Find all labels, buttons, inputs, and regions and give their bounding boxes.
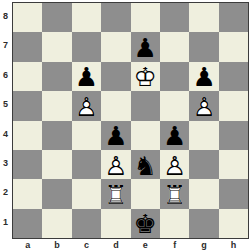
square-d8[interactable] (101, 3, 130, 32)
piece-black-pawn: ♟ (101, 121, 130, 150)
square-c3[interactable] (72, 150, 101, 179)
piece-white-pawn: ♟♙ (101, 150, 130, 179)
square-b5[interactable] (42, 91, 71, 120)
piece-white-pawn: ♟♙ (72, 91, 101, 120)
square-a1[interactable] (13, 209, 42, 238)
file-label-h: h (219, 240, 248, 251)
square-e6[interactable]: ♚♔ (131, 62, 160, 91)
square-c5[interactable]: ♟♙ (72, 91, 101, 120)
square-g7[interactable] (189, 32, 218, 61)
square-h7[interactable] (219, 32, 248, 61)
piece-white-pawn: ♟♙ (189, 91, 218, 120)
rank-label-3: 3 (0, 149, 11, 178)
square-a7[interactable] (13, 32, 42, 61)
rank-label-5: 5 (0, 90, 11, 119)
square-a5[interactable] (13, 91, 42, 120)
square-h2[interactable] (219, 179, 248, 208)
square-f3[interactable]: ♟♙ (160, 150, 189, 179)
piece-black-pawn: ♟ (72, 62, 101, 91)
square-d4[interactable]: ♟ (101, 121, 130, 150)
file-label-c: c (72, 240, 101, 251)
file-label-b: b (42, 240, 71, 251)
square-c1[interactable] (72, 209, 101, 238)
piece-black-pawn: ♟ (189, 62, 218, 91)
square-h3[interactable] (219, 150, 248, 179)
piece-black-king: ♚ (131, 209, 160, 238)
piece-white-king: ♚♔ (131, 62, 160, 91)
square-e2[interactable] (131, 179, 160, 208)
square-b1[interactable] (42, 209, 71, 238)
square-g4[interactable] (189, 121, 218, 150)
square-f7[interactable] (160, 32, 189, 61)
square-f1[interactable] (160, 209, 189, 238)
square-b3[interactable] (42, 150, 71, 179)
rank-label-4: 4 (0, 120, 11, 149)
square-g5[interactable]: ♟♙ (189, 91, 218, 120)
file-label-a: a (13, 240, 42, 251)
file-label-d: d (101, 240, 130, 251)
square-b8[interactable] (42, 3, 71, 32)
piece-black-pawn: ♟ (160, 121, 189, 150)
square-b4[interactable] (42, 121, 71, 150)
square-d5[interactable] (101, 91, 130, 120)
square-f4[interactable]: ♟ (160, 121, 189, 150)
rank-label-7: 7 (0, 31, 11, 60)
square-h8[interactable] (219, 3, 248, 32)
piece-white-rook: ♜♖ (101, 179, 130, 208)
rank-label-6: 6 (0, 61, 11, 90)
square-d1[interactable] (101, 209, 130, 238)
square-e4[interactable] (131, 121, 160, 150)
square-h4[interactable] (219, 121, 248, 150)
square-c2[interactable] (72, 179, 101, 208)
square-c4[interactable] (72, 121, 101, 150)
square-c8[interactable] (72, 3, 101, 32)
piece-black-knight: ♞ (131, 150, 160, 179)
square-f8[interactable] (160, 3, 189, 32)
square-b2[interactable] (42, 179, 71, 208)
square-b7[interactable] (42, 32, 71, 61)
square-d3[interactable]: ♟♙ (101, 150, 130, 179)
file-label-f: f (160, 240, 189, 251)
square-d2[interactable]: ♜♖ (101, 179, 130, 208)
chess-board: ♟♟♚♔♟♟♙♟♙♟♟♟♙♞♟♙♜♖♜♖♚ (12, 2, 249, 239)
square-e1[interactable]: ♚ (131, 209, 160, 238)
square-g8[interactable] (189, 3, 218, 32)
square-e3[interactable]: ♞ (131, 150, 160, 179)
square-a8[interactable] (13, 3, 42, 32)
chess-diagram: 87654321 ♟♟♚♔♟♟♙♟♙♟♟♟♙♞♟♙♜♖♜♖♚ abcdefgh (0, 0, 250, 251)
rank-label-1: 1 (0, 208, 11, 237)
square-h1[interactable] (219, 209, 248, 238)
square-b6[interactable] (42, 62, 71, 91)
square-a2[interactable] (13, 179, 42, 208)
square-g3[interactable] (189, 150, 218, 179)
square-e5[interactable] (131, 91, 160, 120)
file-label-e: e (131, 240, 160, 251)
piece-white-rook: ♜♖ (160, 179, 189, 208)
file-label-g: g (189, 240, 218, 251)
rank-label-8: 8 (0, 2, 11, 31)
square-e8[interactable] (131, 3, 160, 32)
square-a4[interactable] (13, 121, 42, 150)
square-g6[interactable]: ♟ (189, 62, 218, 91)
square-g2[interactable] (189, 179, 218, 208)
square-f5[interactable] (160, 91, 189, 120)
square-a6[interactable] (13, 62, 42, 91)
square-e7[interactable]: ♟ (131, 32, 160, 61)
square-f6[interactable] (160, 62, 189, 91)
square-d7[interactable] (101, 32, 130, 61)
piece-black-pawn: ♟ (131, 32, 160, 61)
square-h5[interactable] (219, 91, 248, 120)
rank-label-2: 2 (0, 178, 11, 207)
piece-white-pawn: ♟♙ (160, 150, 189, 179)
square-h6[interactable] (219, 62, 248, 91)
square-d6[interactable] (101, 62, 130, 91)
square-c6[interactable]: ♟ (72, 62, 101, 91)
square-c7[interactable] (72, 32, 101, 61)
square-a3[interactable] (13, 150, 42, 179)
square-g1[interactable] (189, 209, 218, 238)
square-f2[interactable]: ♜♖ (160, 179, 189, 208)
